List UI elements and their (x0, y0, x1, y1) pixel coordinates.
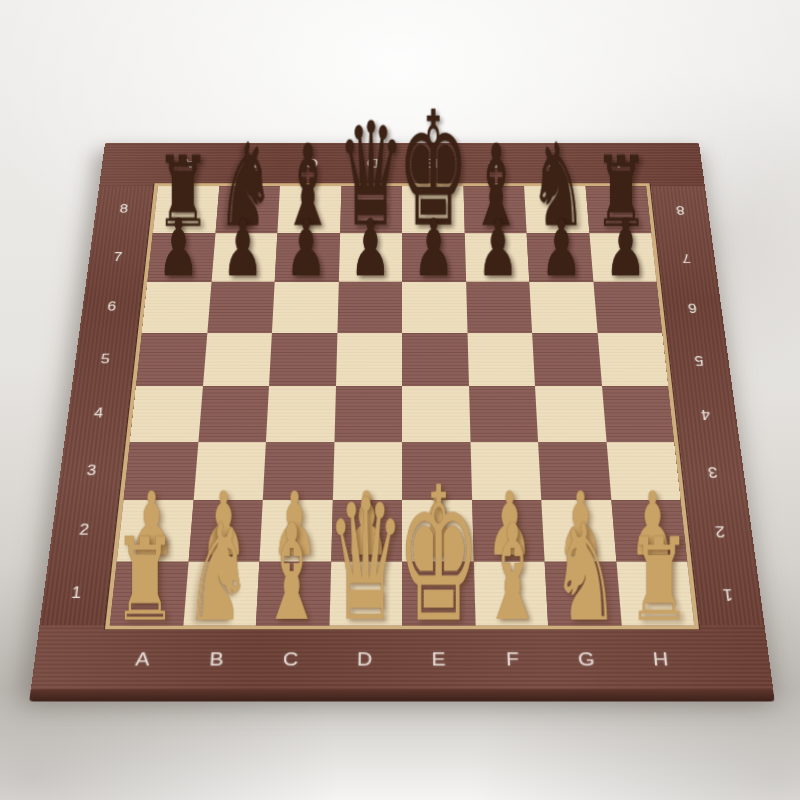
rank-label-left-3: 3 (56, 442, 125, 500)
board-field: ♜♞♝♛♚♝♞♜♟♟♟♟♟♟♟♟♟♟♟♟♟♟♟♟♜♞♝♛♚♝♞♜ (105, 183, 699, 629)
file-label-top-b: B (219, 143, 282, 184)
square-h1[interactable]: ♜ (616, 561, 694, 625)
rank-label-right-5: 5 (666, 333, 732, 386)
rank-label-right-8: 8 (650, 186, 711, 233)
rank-label-right-6: 6 (660, 282, 724, 333)
square-g4[interactable] (535, 386, 606, 442)
rank-label-right-7: 7 (655, 233, 718, 282)
square-f1[interactable]: ♝ (473, 561, 548, 625)
square-b5[interactable] (203, 333, 272, 386)
rank-label-left-1: 1 (39, 561, 112, 625)
rank-label-left-7: 7 (86, 233, 149, 282)
square-e4[interactable] (402, 386, 470, 442)
file-labels-top: ABCDEFGH (158, 143, 646, 184)
rank-label-right-4: 4 (672, 386, 740, 442)
white-knight-g1[interactable]: ♞ (552, 505, 620, 640)
black-pawn-c7[interactable]: ♟ (286, 209, 327, 288)
chess-board: ABCDEFGH ABCDEFGH 87654321 87654321 ♜♞♝♛… (31, 143, 774, 690)
file-label-top-h: H (582, 143, 646, 184)
file-label-bottom-a: A (103, 629, 183, 690)
rank-label-left-5: 5 (72, 333, 138, 386)
black-pawn-d7[interactable]: ♟ (350, 209, 391, 288)
black-pawn-e7[interactable]: ♟ (413, 209, 454, 288)
file-label-top-a: A (158, 143, 222, 184)
white-bishop-f1[interactable]: ♝ (481, 507, 543, 640)
file-label-top-f: F (462, 143, 524, 184)
square-g6[interactable] (529, 282, 597, 333)
rank-label-right-2: 2 (685, 500, 756, 561)
rank-label-right-1: 1 (691, 561, 764, 625)
square-b1[interactable]: ♞ (183, 561, 260, 625)
black-pawn-f7[interactable]: ♟ (477, 209, 518, 288)
white-queen-d1[interactable]: ♛ (326, 477, 404, 645)
square-e6[interactable] (402, 282, 467, 333)
black-pawn-a7[interactable]: ♟ (158, 209, 199, 288)
square-h5[interactable] (597, 333, 668, 386)
square-d5[interactable] (336, 333, 403, 386)
square-h6[interactable] (593, 282, 662, 333)
square-b4[interactable] (198, 386, 269, 442)
square-a6[interactable] (142, 282, 211, 333)
rank-label-left-4: 4 (64, 386, 132, 442)
black-pawn-g7[interactable]: ♟ (541, 209, 582, 288)
rank-label-left-8: 8 (93, 186, 154, 233)
square-a1[interactable]: ♜ (110, 561, 188, 625)
square-f6[interactable] (466, 282, 532, 333)
square-e1[interactable]: ♚ (402, 561, 475, 625)
square-d6[interactable] (337, 282, 402, 333)
square-a5[interactable] (136, 333, 207, 386)
squares-grid: ♜♞♝♛♚♝♞♜♟♟♟♟♟♟♟♟♟♟♟♟♟♟♟♟♜♞♝♛♚♝♞♜ (110, 186, 694, 625)
square-g1[interactable]: ♞ (545, 561, 622, 625)
rank-label-left-6: 6 (79, 282, 143, 333)
square-c1[interactable]: ♝ (256, 561, 331, 625)
square-c5[interactable] (269, 333, 337, 386)
white-king-e1[interactable]: ♚ (397, 462, 480, 648)
white-knight-b1[interactable]: ♞ (185, 505, 253, 640)
square-c6[interactable] (272, 282, 338, 333)
white-rook-h1[interactable]: ♜ (627, 522, 691, 637)
square-d1[interactable]: ♛ (329, 561, 402, 625)
square-a4[interactable] (130, 386, 203, 442)
rank-label-left-2: 2 (48, 500, 119, 561)
file-label-top-c: C (280, 143, 342, 184)
square-c4[interactable] (266, 386, 336, 442)
file-label-top-g: G (522, 143, 585, 184)
square-d4[interactable] (334, 386, 402, 442)
file-label-bottom-h: H (621, 629, 701, 690)
square-f4[interactable] (469, 386, 539, 442)
file-label-top-e: E (402, 143, 463, 184)
table-cloth-background: ABCDEFGH ABCDEFGH 87654321 87654321 ♜♞♝♛… (0, 0, 800, 800)
white-rook-a1[interactable]: ♜ (113, 522, 177, 637)
square-h4[interactable] (602, 386, 675, 442)
black-pawn-h7[interactable]: ♟ (605, 209, 646, 288)
square-b6[interactable] (207, 282, 275, 333)
white-bishop-c1[interactable]: ♝ (261, 507, 323, 640)
square-e5[interactable] (402, 333, 469, 386)
file-label-top-d: D (341, 143, 402, 184)
rank-label-right-3: 3 (678, 442, 747, 500)
square-f5[interactable] (467, 333, 535, 386)
square-g5[interactable] (532, 333, 601, 386)
black-pawn-b7[interactable]: ♟ (222, 209, 263, 288)
